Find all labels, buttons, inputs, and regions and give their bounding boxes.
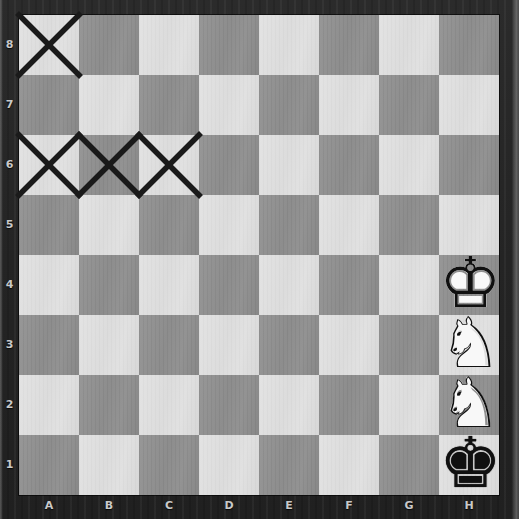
x-mark [19, 135, 79, 195]
chess-board-frame: ♚♔♞♘♞♘♚ 87654321ABCDEFGH [0, 0, 519, 519]
square-b3[interactable] [79, 315, 139, 375]
square-b7[interactable] [79, 75, 139, 135]
square-f5[interactable] [319, 195, 379, 255]
square-c4[interactable] [139, 255, 199, 315]
square-g4[interactable] [379, 255, 439, 315]
file-label-e: E [259, 495, 319, 519]
square-a2[interactable] [19, 375, 79, 435]
file-label-a: A [19, 495, 79, 519]
square-g1[interactable] [379, 435, 439, 495]
rank-label-6: 6 [0, 135, 19, 195]
square-g5[interactable] [379, 195, 439, 255]
square-h7[interactable] [439, 75, 499, 135]
square-a1[interactable] [19, 435, 79, 495]
square-b6[interactable] [79, 135, 139, 195]
square-c6[interactable] [139, 135, 199, 195]
file-label-f: F [319, 495, 379, 519]
square-a5[interactable] [19, 195, 79, 255]
square-g6[interactable] [379, 135, 439, 195]
file-label-c: C [139, 495, 199, 519]
square-d4[interactable] [199, 255, 259, 315]
chess-board[interactable]: ♚♔♞♘♞♘♚ [19, 15, 499, 495]
square-d6[interactable] [199, 135, 259, 195]
rank-label-2: 2 [0, 375, 19, 435]
square-c7[interactable] [139, 75, 199, 135]
square-g8[interactable] [379, 15, 439, 75]
square-b1[interactable] [79, 435, 139, 495]
square-d3[interactable] [199, 315, 259, 375]
square-c2[interactable] [139, 375, 199, 435]
square-c3[interactable] [139, 315, 199, 375]
x-mark [19, 15, 79, 75]
square-e7[interactable] [259, 75, 319, 135]
square-e3[interactable] [259, 315, 319, 375]
square-g2[interactable] [379, 375, 439, 435]
square-f8[interactable] [319, 15, 379, 75]
square-h8[interactable] [439, 15, 499, 75]
square-c1[interactable] [139, 435, 199, 495]
square-h6[interactable] [439, 135, 499, 195]
square-e6[interactable] [259, 135, 319, 195]
square-a7[interactable] [19, 75, 79, 135]
square-d8[interactable] [199, 15, 259, 75]
square-d7[interactable] [199, 75, 259, 135]
square-a6[interactable] [19, 135, 79, 195]
square-f3[interactable] [319, 315, 379, 375]
rank-label-8: 8 [0, 15, 19, 75]
square-b5[interactable] [79, 195, 139, 255]
square-f7[interactable] [319, 75, 379, 135]
frame-left-highlight [0, 0, 3, 519]
x-mark [79, 135, 139, 195]
rank-label-4: 4 [0, 255, 19, 315]
square-e1[interactable] [259, 435, 319, 495]
square-a8[interactable] [19, 15, 79, 75]
square-g3[interactable] [379, 315, 439, 375]
square-f4[interactable] [319, 255, 379, 315]
square-f1[interactable] [319, 435, 379, 495]
black-king[interactable]: ♚ [439, 435, 499, 495]
x-mark [139, 135, 199, 195]
rank-label-5: 5 [0, 195, 19, 255]
square-b4[interactable] [79, 255, 139, 315]
square-e2[interactable] [259, 375, 319, 435]
rank-label-3: 3 [0, 315, 19, 375]
square-c5[interactable] [139, 195, 199, 255]
square-d5[interactable] [199, 195, 259, 255]
square-d1[interactable] [199, 435, 259, 495]
square-c8[interactable] [139, 15, 199, 75]
frame-right-highlight [511, 0, 519, 519]
square-f2[interactable] [319, 375, 379, 435]
square-d2[interactable] [199, 375, 259, 435]
file-label-d: D [199, 495, 259, 519]
file-label-g: G [379, 495, 439, 519]
square-e4[interactable] [259, 255, 319, 315]
file-label-b: B [79, 495, 139, 519]
rank-label-1: 1 [0, 435, 19, 495]
square-b2[interactable] [79, 375, 139, 435]
square-a3[interactable] [19, 315, 79, 375]
square-a4[interactable] [19, 255, 79, 315]
square-f6[interactable] [319, 135, 379, 195]
square-e5[interactable] [259, 195, 319, 255]
square-h1[interactable]: ♚ [439, 435, 499, 495]
square-b8[interactable] [79, 15, 139, 75]
square-g7[interactable] [379, 75, 439, 135]
square-e8[interactable] [259, 15, 319, 75]
rank-label-7: 7 [0, 75, 19, 135]
